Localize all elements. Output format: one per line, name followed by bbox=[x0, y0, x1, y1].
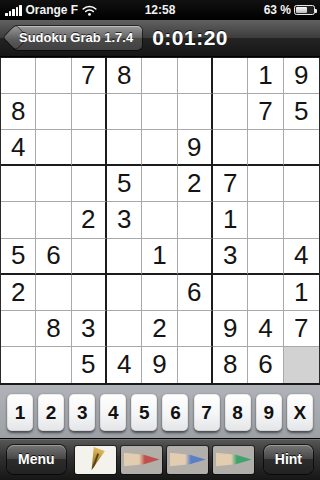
sudoku-cell-r8c4[interactable] bbox=[107, 311, 142, 347]
sudoku-cell-r1c2[interactable] bbox=[36, 58, 71, 94]
sudoku-cell-r8c1[interactable] bbox=[1, 311, 36, 347]
menu-button-label: Menu bbox=[18, 451, 55, 467]
key-1[interactable]: 1 bbox=[7, 394, 33, 431]
back-button-label: Sudoku Grab 1.7.4 bbox=[19, 30, 133, 45]
sudoku-cell-r3c2[interactable] bbox=[36, 130, 71, 166]
sudoku-cell-r5c3[interactable]: 2 bbox=[72, 202, 107, 238]
sudoku-cell-r7c8[interactable] bbox=[248, 275, 283, 311]
sudoku-cell-r6c7[interactable]: 3 bbox=[213, 239, 248, 275]
sudoku-cell-r1c6[interactable] bbox=[178, 58, 213, 94]
sudoku-cell-r9c3[interactable]: 5 bbox=[72, 347, 107, 383]
sudoku-cell-r5c5[interactable] bbox=[142, 202, 177, 238]
sudoku-cell-r6c3[interactable] bbox=[72, 239, 107, 275]
sudoku-cell-r7c2[interactable] bbox=[36, 275, 71, 311]
bottom-toolbar: Menu Hint bbox=[0, 438, 320, 480]
sudoku-cell-r5c1[interactable] bbox=[1, 202, 36, 238]
sudoku-cell-r8c9[interactable]: 7 bbox=[284, 311, 319, 347]
sudoku-cell-r7c9[interactable]: 1 bbox=[284, 275, 319, 311]
sudoku-cell-r6c1[interactable]: 5 bbox=[1, 239, 36, 275]
green-pencil-button[interactable] bbox=[213, 446, 254, 474]
sudoku-cell-r9c4[interactable]: 4 bbox=[107, 347, 142, 383]
sudoku-cell-r3c6[interactable]: 9 bbox=[178, 130, 213, 166]
gold-pen-icon bbox=[85, 446, 107, 473]
sudoku-cell-r3c9[interactable] bbox=[284, 130, 319, 166]
sudoku-cell-r1c7[interactable] bbox=[213, 58, 248, 94]
hint-button[interactable]: Hint bbox=[264, 445, 313, 474]
sudoku-cell-r2c7[interactable] bbox=[213, 94, 248, 130]
key-9[interactable]: 9 bbox=[256, 394, 282, 431]
pen-selector bbox=[75, 446, 254, 474]
sudoku-cell-r4c2[interactable] bbox=[36, 166, 71, 202]
menu-button[interactable]: Menu bbox=[7, 445, 66, 474]
sudoku-cell-r4c9[interactable] bbox=[284, 166, 319, 202]
sudoku-cell-r6c5[interactable]: 1 bbox=[142, 239, 177, 275]
sudoku-cell-r6c2[interactable]: 6 bbox=[36, 239, 71, 275]
sudoku-cell-r7c7[interactable] bbox=[213, 275, 248, 311]
sudoku-cell-r5c8[interactable] bbox=[248, 202, 283, 238]
red-pencil-icon bbox=[124, 451, 160, 468]
sudoku-cell-r2c9[interactable]: 5 bbox=[284, 94, 319, 130]
key-4[interactable]: 4 bbox=[100, 394, 126, 431]
sudoku-cell-r6c6[interactable] bbox=[178, 239, 213, 275]
blue-pencil-button[interactable] bbox=[167, 446, 208, 474]
sudoku-cell-r3c5[interactable] bbox=[142, 130, 177, 166]
sudoku-cell-r2c2[interactable] bbox=[36, 94, 71, 130]
sudoku-cell-r7c1[interactable]: 2 bbox=[1, 275, 36, 311]
sudoku-cell-r3c7[interactable] bbox=[213, 130, 248, 166]
blue-pencil-icon bbox=[170, 451, 206, 468]
hint-button-label: Hint bbox=[275, 451, 302, 467]
back-button[interactable]: Sudoku Grab 1.7.4 bbox=[13, 26, 142, 50]
key-X[interactable]: X bbox=[287, 394, 313, 431]
sudoku-cell-r9c9[interactable] bbox=[284, 347, 319, 383]
sudoku-cell-r8c6[interactable] bbox=[178, 311, 213, 347]
sudoku-cell-r2c4[interactable] bbox=[107, 94, 142, 130]
sudoku-cell-r5c7[interactable]: 1 bbox=[213, 202, 248, 238]
sudoku-cell-r5c4[interactable]: 3 bbox=[107, 202, 142, 238]
sudoku-cell-r1c1[interactable] bbox=[1, 58, 36, 94]
keypad: 123456789X bbox=[0, 385, 320, 438]
sudoku-cell-r2c3[interactable] bbox=[72, 94, 107, 130]
sudoku-cell-r8c3[interactable]: 3 bbox=[72, 311, 107, 347]
sudoku-cell-r6c8[interactable] bbox=[248, 239, 283, 275]
sudoku-cell-r3c3[interactable] bbox=[72, 130, 107, 166]
sudoku-cell-r5c6[interactable] bbox=[178, 202, 213, 238]
sudoku-cell-r9c8[interactable]: 6 bbox=[248, 347, 283, 383]
sudoku-cell-r9c7[interactable]: 8 bbox=[213, 347, 248, 383]
sudoku-cell-r4c3[interactable] bbox=[72, 166, 107, 202]
sudoku-cell-r5c9[interactable] bbox=[284, 202, 319, 238]
sudoku-cell-r8c7[interactable]: 9 bbox=[213, 311, 248, 347]
red-pencil-button[interactable] bbox=[121, 446, 162, 474]
sudoku-cell-r7c6[interactable]: 6 bbox=[178, 275, 213, 311]
sudoku-cell-r8c8[interactable]: 4 bbox=[248, 311, 283, 347]
sudoku-cell-r2c6[interactable] bbox=[178, 94, 213, 130]
sudoku-cell-r7c3[interactable] bbox=[72, 275, 107, 311]
sudoku-cell-r8c2[interactable]: 8 bbox=[36, 311, 71, 347]
sudoku-board: 7819875495272315613426183294754986 bbox=[0, 57, 320, 385]
sudoku-cell-r8c5[interactable]: 2 bbox=[142, 311, 177, 347]
sudoku-cell-r7c4[interactable] bbox=[107, 275, 142, 311]
sudoku-cell-r1c8[interactable]: 1 bbox=[248, 58, 283, 94]
sudoku-app-screen: Orange F 12:58 63 % Sudoku Grab 1.7.4 0:… bbox=[0, 0, 320, 480]
sudoku-cell-r2c5[interactable] bbox=[142, 94, 177, 130]
sudoku-cell-r4c7[interactable]: 7 bbox=[213, 166, 248, 202]
battery-icon bbox=[294, 5, 315, 15]
sudoku-cell-r2c8[interactable]: 7 bbox=[248, 94, 283, 130]
sudoku-cell-r4c5[interactable] bbox=[142, 166, 177, 202]
wifi-icon bbox=[82, 5, 97, 16]
navbar: Sudoku Grab 1.7.4 0:01:20 bbox=[0, 20, 320, 57]
sudoku-cell-r9c5[interactable]: 9 bbox=[142, 347, 177, 383]
battery-percent-label: 63 % bbox=[264, 3, 291, 17]
green-pencil-icon bbox=[216, 451, 252, 468]
sudoku-grid: 7819875495272315613426183294754986 bbox=[0, 58, 320, 383]
sudoku-cell-r1c9[interactable]: 9 bbox=[284, 58, 319, 94]
sudoku-cell-r5c2[interactable] bbox=[36, 202, 71, 238]
sudoku-cell-r3c8[interactable] bbox=[248, 130, 283, 166]
sudoku-cell-r2c1[interactable]: 8 bbox=[1, 94, 36, 130]
game-timer: 0:01:20 bbox=[152, 26, 228, 50]
sudoku-cell-r4c8[interactable] bbox=[248, 166, 283, 202]
key-2[interactable]: 2 bbox=[38, 394, 64, 431]
key-6[interactable]: 6 bbox=[162, 394, 188, 431]
sudoku-cell-r4c6[interactable]: 2 bbox=[178, 166, 213, 202]
key-8[interactable]: 8 bbox=[225, 394, 251, 431]
key-3[interactable]: 3 bbox=[69, 394, 95, 431]
sudoku-cell-r6c9[interactable]: 4 bbox=[284, 239, 319, 275]
gold-pen-button[interactable] bbox=[75, 446, 116, 474]
carrier-label: Orange F bbox=[26, 3, 79, 17]
status-bar: Orange F 12:58 63 % bbox=[0, 0, 320, 20]
sudoku-cell-r9c6[interactable] bbox=[178, 347, 213, 383]
sudoku-cell-r4c4[interactable]: 5 bbox=[107, 166, 142, 202]
sudoku-cell-r4c1[interactable] bbox=[1, 166, 36, 202]
sudoku-cell-r1c4[interactable]: 8 bbox=[107, 58, 142, 94]
sudoku-cell-r3c4[interactable] bbox=[107, 130, 142, 166]
signal-strength-icon bbox=[5, 5, 22, 16]
key-5[interactable]: 5 bbox=[131, 394, 157, 431]
sudoku-cell-r9c1[interactable] bbox=[1, 347, 36, 383]
sudoku-cell-r1c5[interactable] bbox=[142, 58, 177, 94]
sudoku-cell-r1c3[interactable]: 7 bbox=[72, 58, 107, 94]
sudoku-cell-r7c5[interactable] bbox=[142, 275, 177, 311]
sudoku-cell-r9c2[interactable] bbox=[36, 347, 71, 383]
sudoku-cell-r6c4[interactable] bbox=[107, 239, 142, 275]
sudoku-cell-r3c1[interactable]: 4 bbox=[1, 130, 36, 166]
key-7[interactable]: 7 bbox=[194, 394, 220, 431]
